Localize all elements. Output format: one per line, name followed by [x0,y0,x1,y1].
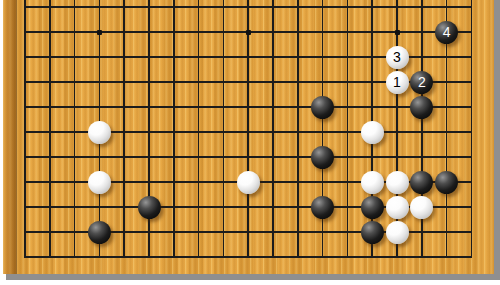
black-stone-move-2: 2 [410,71,433,94]
grid-line-vertical [223,0,225,258]
grid-line-vertical [123,0,125,258]
grid-line-vertical [471,0,473,258]
white-stone-move-1: 1 [386,71,409,94]
board-left-bevel [3,0,17,274]
black-stone [311,196,334,219]
grid-line-horizontal [24,6,472,8]
move-number-label: 3 [386,46,409,69]
grid-line-vertical [24,0,26,258]
grid-line-horizontal [24,256,472,258]
grid-line-vertical [49,0,51,258]
white-stone [361,121,384,144]
grid-line-vertical [272,0,274,258]
white-stone [386,196,409,219]
grid-line-horizontal [24,156,472,158]
grid-line-vertical [173,0,175,258]
star-point [97,30,102,35]
black-stone-move-4: 4 [435,21,458,44]
move-number-label: 2 [410,71,433,94]
grid-line-vertical [421,0,423,258]
white-stone [361,171,384,194]
black-stone [361,196,384,219]
go-diagram: 4312 [0,0,500,285]
black-stone [410,171,433,194]
grid-line-vertical [247,0,249,258]
board-shadow-bottom [6,274,500,280]
white-stone [88,171,111,194]
black-stone [361,221,384,244]
board-shadow-right [494,0,500,280]
grid-line-vertical [347,0,349,258]
grid-line-vertical [74,0,76,258]
white-stone [237,171,260,194]
black-stone [435,171,458,194]
black-stone [138,196,161,219]
grid-line-vertical [198,0,200,258]
star-point [395,30,400,35]
move-number-label: 1 [386,71,409,94]
grid-line-vertical [396,0,398,258]
grid-line-vertical [297,0,299,258]
grid-line-horizontal [24,106,472,108]
white-stone [386,221,409,244]
grid-line-vertical [322,0,324,258]
black-stone [410,96,433,119]
white-stone [88,121,111,144]
grid-line-vertical [148,0,150,258]
black-stone [88,221,111,244]
black-stone [311,96,334,119]
white-stone-move-3: 3 [386,46,409,69]
white-stone [410,196,433,219]
move-number-label: 4 [435,21,458,44]
white-stone [386,171,409,194]
black-stone [311,146,334,169]
star-point [246,30,251,35]
